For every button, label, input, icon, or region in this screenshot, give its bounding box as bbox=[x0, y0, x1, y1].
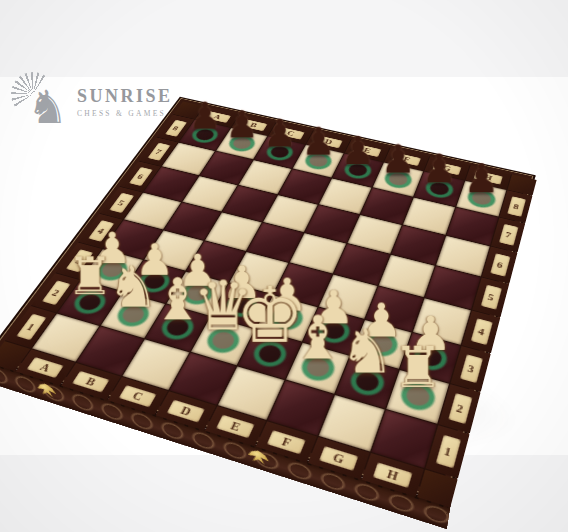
file-label-text: C bbox=[277, 127, 305, 140]
square-b1: ♞ bbox=[101, 292, 165, 338]
file-label-text: F bbox=[392, 152, 421, 165]
rank-label-text: 1 bbox=[435, 435, 460, 468]
rank-label-text: 4 bbox=[470, 318, 492, 345]
file-label-text: D bbox=[315, 135, 343, 148]
rank-label-text: 5 bbox=[480, 285, 501, 310]
file-label-text: C bbox=[119, 385, 157, 407]
square-a2: ♟ bbox=[81, 249, 143, 291]
piece-black-pawn: ♟ bbox=[338, 105, 379, 170]
square-b3 bbox=[144, 230, 203, 270]
product-photo: ♞ SUNRISE CHESS & GAMES ABCDEFGH8♟♟♟♟♟♟♟… bbox=[0, 0, 568, 532]
square-d2: ♟ bbox=[211, 283, 272, 328]
square-d1: ♛ bbox=[191, 317, 255, 365]
rank-label-8: 8 bbox=[500, 190, 533, 223]
file-label-text: A bbox=[27, 357, 64, 378]
file-label-text: B bbox=[240, 119, 268, 131]
file-label-text: D bbox=[167, 399, 205, 422]
file-label-text: E bbox=[353, 144, 381, 157]
file-label-text: E bbox=[216, 414, 254, 437]
chess-board: ABCDEFGH8♟♟♟♟♟♟♟♟8776655443♟♟♟♟♟♟♟♟32♜♞♝… bbox=[0, 102, 527, 493]
rank-label-text: 4 bbox=[88, 220, 114, 242]
rank-label-text: 3 bbox=[459, 354, 482, 383]
file-label-text: G bbox=[319, 446, 358, 471]
rank-label-text: 6 bbox=[490, 253, 510, 276]
piece-white-pawn: ♟ bbox=[90, 197, 135, 270]
file-label-text: B bbox=[72, 370, 109, 392]
rank-label-text: 8 bbox=[507, 196, 526, 217]
file-label-text: F bbox=[267, 430, 306, 454]
scene: ABCDEFGH8♟♟♟♟♟♟♟♟8776655443♟♟♟♟♟♟♟♟32♜♞♝… bbox=[0, 0, 568, 532]
rank-label-3: 3 bbox=[451, 346, 491, 392]
chess-set: ABCDEFGH8♟♟♟♟♟♟♟♟8776655443♟♟♟♟♟♟♟♟32♜♞♝… bbox=[0, 97, 536, 505]
file-label-text: G bbox=[433, 161, 462, 175]
file-label-text: A bbox=[204, 111, 232, 123]
rank-label-text: 7 bbox=[499, 224, 518, 246]
rank-label-5: 5 bbox=[472, 277, 509, 317]
board-frame: ABCDEFGH8♟♟♟♟♟♟♟♟8776655443♟♟♟♟♟♟♟♟32♜♞♝… bbox=[0, 97, 536, 505]
rank-label-text: 2 bbox=[448, 393, 472, 424]
file-label-text: H bbox=[373, 462, 412, 487]
rank-label-text: 3 bbox=[65, 249, 92, 272]
file-label-text: H bbox=[474, 170, 503, 184]
square-h6 bbox=[447, 207, 499, 245]
brass-clasp bbox=[248, 447, 269, 466]
